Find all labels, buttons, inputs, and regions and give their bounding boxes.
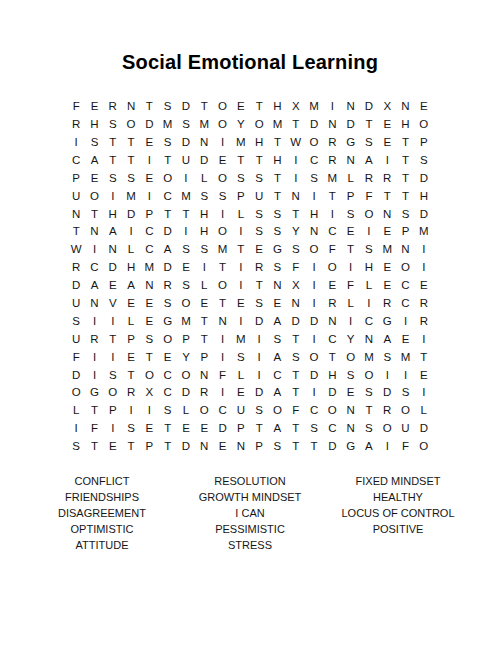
grid-cell-r3c18: E bbox=[378, 134, 396, 152]
grid-cell-r17c9: I bbox=[213, 384, 231, 402]
grid-cell-r7c11: S bbox=[250, 205, 268, 223]
grid-cell-r7c16: S bbox=[341, 205, 359, 223]
grid-cell-r6c5: I bbox=[140, 187, 158, 205]
grid-cell-r15c13: S bbox=[287, 348, 305, 366]
grid-cell-r18c5: I bbox=[140, 402, 158, 420]
grid-cell-r1c7: D bbox=[177, 98, 195, 116]
grid-cell-r19c18: O bbox=[378, 420, 396, 438]
grid-cell-r8c2: N bbox=[85, 223, 103, 241]
word-list-item: I CAN bbox=[176, 505, 324, 521]
grid-cell-r20c13: T bbox=[287, 438, 305, 456]
grid-cell-r1c6: S bbox=[159, 98, 177, 116]
grid-cell-r14c14: I bbox=[305, 331, 323, 349]
grid-cell-r6c10: P bbox=[232, 187, 250, 205]
grid-cell-r2c20: O bbox=[415, 116, 433, 134]
grid-cell-r19c10: P bbox=[232, 420, 250, 438]
grid-cell-r16c16: S bbox=[341, 366, 359, 384]
grid-cell-r6c2: O bbox=[85, 187, 103, 205]
grid-cell-r17c18: D bbox=[378, 384, 396, 402]
grid-cell-r14c3: T bbox=[104, 331, 122, 349]
grid-cell-r8c6: D bbox=[159, 223, 177, 241]
grid-cell-r10c14: I bbox=[305, 259, 323, 277]
grid-cell-r15c17: M bbox=[360, 348, 378, 366]
grid-cell-r13c20: R bbox=[415, 313, 433, 331]
grid-cell-r17c15: D bbox=[323, 384, 341, 402]
grid-cell-r3c11: H bbox=[250, 134, 268, 152]
grid-cell-r15c11: I bbox=[250, 348, 268, 366]
grid-cell-r1c16: N bbox=[341, 98, 359, 116]
grid-cell-r7c2: T bbox=[85, 205, 103, 223]
grid-cell-r7c7: T bbox=[177, 205, 195, 223]
grid-cell-r8c14: N bbox=[305, 223, 323, 241]
grid-cell-r17c20: I bbox=[415, 384, 433, 402]
grid-cell-r15c16: O bbox=[341, 348, 359, 366]
grid-cell-r6c16: P bbox=[341, 187, 359, 205]
grid-cell-r12c15: R bbox=[323, 295, 341, 313]
grid-cell-r1c1: F bbox=[67, 98, 85, 116]
grid-cell-r10c10: I bbox=[232, 259, 250, 277]
grid-cell-r10c2: C bbox=[85, 259, 103, 277]
grid-cell-r5c20: D bbox=[415, 170, 433, 188]
word-list-item: RESOLUTION bbox=[176, 473, 324, 489]
word-list-item: HEALTHY bbox=[324, 489, 472, 505]
grid-cell-r2c10: Y bbox=[232, 116, 250, 134]
grid-cell-r16c12: C bbox=[268, 366, 286, 384]
grid-cell-r5c3: S bbox=[104, 170, 122, 188]
grid-cell-r10c3: D bbox=[104, 259, 122, 277]
grid-cell-r14c20: I bbox=[415, 331, 433, 349]
grid-cell-r9c3: N bbox=[104, 241, 122, 259]
grid-cell-r6c14: I bbox=[305, 187, 323, 205]
word-list-item: DISAGREEMENT bbox=[28, 505, 176, 521]
grid-cell-r12c13: N bbox=[287, 295, 305, 313]
grid-cell-r7c20: D bbox=[415, 205, 433, 223]
grid-cell-r11c20: E bbox=[415, 277, 433, 295]
grid-cell-r16c4: T bbox=[122, 366, 140, 384]
grid-cell-r3c8: N bbox=[195, 134, 213, 152]
grid-cell-r16c18: I bbox=[378, 366, 396, 384]
grid-cell-r8c20: M bbox=[415, 223, 433, 241]
grid-cell-r1c14: M bbox=[305, 98, 323, 116]
grid-cell-r16c11: I bbox=[250, 366, 268, 384]
grid-cell-r11c5: N bbox=[140, 277, 158, 295]
grid-cell-r7c14: H bbox=[305, 205, 323, 223]
grid-cell-r17c12: A bbox=[268, 384, 286, 402]
grid-cell-r2c1: R bbox=[67, 116, 85, 134]
grid-cell-r3c4: T bbox=[122, 134, 140, 152]
grid-cell-r18c14: C bbox=[305, 402, 323, 420]
grid-cell-r18c15: O bbox=[323, 402, 341, 420]
grid-cell-r12c6: S bbox=[159, 295, 177, 313]
grid-cell-r12c2: N bbox=[85, 295, 103, 313]
grid-cell-r9c20: I bbox=[415, 241, 433, 259]
grid-cell-r15c18: S bbox=[378, 348, 396, 366]
grid-cell-r7c10: L bbox=[232, 205, 250, 223]
grid-cell-r4c9: E bbox=[213, 152, 231, 170]
grid-cell-r13c16: I bbox=[341, 313, 359, 331]
grid-cell-r10c6: D bbox=[159, 259, 177, 277]
grid-cell-r19c9: D bbox=[213, 420, 231, 438]
grid-cell-r3c16: G bbox=[341, 134, 359, 152]
grid-cell-r9c15: F bbox=[323, 241, 341, 259]
grid-cell-r18c4: I bbox=[122, 402, 140, 420]
grid-cell-r3c7: D bbox=[177, 134, 195, 152]
grid-cell-r2c3: S bbox=[104, 116, 122, 134]
grid-cell-r13c17: C bbox=[360, 313, 378, 331]
grid-cell-r6c11: U bbox=[250, 187, 268, 205]
grid-cell-r14c11: I bbox=[250, 331, 268, 349]
word-list-item: OPTIMISTIC bbox=[28, 521, 176, 537]
grid-cell-r16c15: H bbox=[323, 366, 341, 384]
grid-cell-r12c3: V bbox=[104, 295, 122, 313]
grid-cell-r2c14: D bbox=[305, 116, 323, 134]
grid-cell-r18c2: T bbox=[85, 402, 103, 420]
grid-cell-r6c18: T bbox=[378, 187, 396, 205]
grid-cell-r10c1: R bbox=[67, 259, 85, 277]
grid-cell-r6c13: N bbox=[287, 187, 305, 205]
grid-cell-r13c19: I bbox=[396, 313, 414, 331]
grid-cell-r5c8: L bbox=[195, 170, 213, 188]
grid-cell-r11c9: O bbox=[213, 277, 231, 295]
grid-cell-r12c16: L bbox=[341, 295, 359, 313]
grid-cell-r7c5: P bbox=[140, 205, 158, 223]
grid-cell-r14c17: N bbox=[360, 331, 378, 349]
grid-cell-r13c2: I bbox=[85, 313, 103, 331]
grid-cell-r5c13: I bbox=[287, 170, 305, 188]
grid-cell-r16c13: T bbox=[287, 366, 305, 384]
grid-cell-r17c19: S bbox=[396, 384, 414, 402]
word-list-column-2: RESOLUTIONGROWTH MINDSETI CANPESSIMISTIC… bbox=[176, 473, 324, 553]
grid-cell-r10c18: E bbox=[378, 259, 396, 277]
grid-cell-r20c15: D bbox=[323, 438, 341, 456]
grid-cell-r5c2: E bbox=[85, 170, 103, 188]
grid-cell-r20c3: E bbox=[104, 438, 122, 456]
grid-cell-r6c17: F bbox=[360, 187, 378, 205]
grid-cell-r10c12: S bbox=[268, 259, 286, 277]
grid-cell-r11c19: C bbox=[396, 277, 414, 295]
grid-cell-r12c1: U bbox=[67, 295, 85, 313]
grid-cell-r9c5: C bbox=[140, 241, 158, 259]
grid-cell-r2c8: M bbox=[195, 116, 213, 134]
grid-cell-r1c20: E bbox=[415, 98, 433, 116]
grid-cell-r6c9: S bbox=[213, 187, 231, 205]
grid-cell-r10c9: T bbox=[213, 259, 231, 277]
grid-cell-r5c18: R bbox=[378, 170, 396, 188]
grid-cell-r15c7: Y bbox=[177, 348, 195, 366]
grid-cell-r17c1: O bbox=[67, 384, 85, 402]
grid-cell-r19c5: E bbox=[140, 420, 158, 438]
grid-cell-r4c8: D bbox=[195, 152, 213, 170]
grid-cell-r20c14: T bbox=[305, 438, 323, 456]
grid-cell-r2c4: O bbox=[122, 116, 140, 134]
grid-cell-r17c2: G bbox=[85, 384, 103, 402]
grid-cell-r1c17: D bbox=[360, 98, 378, 116]
grid-cell-r12c17: I bbox=[360, 295, 378, 313]
grid-cell-r7c8: H bbox=[195, 205, 213, 223]
grid-cell-r2c16: D bbox=[341, 116, 359, 134]
grid-cell-r11c16: F bbox=[341, 277, 359, 295]
grid-cell-r15c14: O bbox=[305, 348, 323, 366]
grid-cell-r10c19: O bbox=[396, 259, 414, 277]
grid-cell-r9c14: O bbox=[305, 241, 323, 259]
grid-cell-r6c4: M bbox=[122, 187, 140, 205]
grid-cell-r1c8: T bbox=[195, 98, 213, 116]
grid-cell-r16c10: L bbox=[232, 366, 250, 384]
grid-cell-r8c8: H bbox=[195, 223, 213, 241]
grid-cell-r13c6: G bbox=[159, 313, 177, 331]
grid-cell-r4c17: A bbox=[360, 152, 378, 170]
grid-cell-r19c8: E bbox=[195, 420, 213, 438]
grid-cell-r3c19: T bbox=[396, 134, 414, 152]
grid-cell-r12c14: I bbox=[305, 295, 323, 313]
grid-cell-r5c7: I bbox=[177, 170, 195, 188]
grid-cell-r19c15: C bbox=[323, 420, 341, 438]
grid-cell-r8c9: O bbox=[213, 223, 231, 241]
grid-cell-r6c12: T bbox=[268, 187, 286, 205]
grid-cell-r14c8: T bbox=[195, 331, 213, 349]
word-list-item: FIXED MINDSET bbox=[324, 473, 472, 489]
grid-cell-r17c11: D bbox=[250, 384, 268, 402]
grid-cell-r3c15: R bbox=[323, 134, 341, 152]
grid-cell-r8c5: C bbox=[140, 223, 158, 241]
grid-cell-r14c10: M bbox=[232, 331, 250, 349]
grid-cell-r14c7: P bbox=[177, 331, 195, 349]
grid-cell-r10c20: I bbox=[415, 259, 433, 277]
word-search-grid: FERNTSDTOETHXMINDXNERHSODMSMOYOMTDNDTEHO… bbox=[67, 98, 433, 456]
grid-cell-r19c14: S bbox=[305, 420, 323, 438]
grid-cell-r2c6: M bbox=[159, 116, 177, 134]
grid-cell-r13c13: D bbox=[287, 313, 305, 331]
grid-cell-r8c12: S bbox=[268, 223, 286, 241]
word-list: CONFLICTFRIENDSHIPSDISAGREEMENTOPTIMISTI… bbox=[28, 473, 472, 553]
grid-cell-r3c14: O bbox=[305, 134, 323, 152]
grid-cell-r6c19: T bbox=[396, 187, 414, 205]
grid-cell-r5c15: M bbox=[323, 170, 341, 188]
grid-cell-r11c17: L bbox=[360, 277, 378, 295]
grid-cell-r16c2: I bbox=[85, 366, 103, 384]
grid-cell-r18c3: P bbox=[104, 402, 122, 420]
grid-cell-r7c13: T bbox=[287, 205, 305, 223]
grid-cell-r20c4: T bbox=[122, 438, 140, 456]
grid-cell-r16c7: O bbox=[177, 366, 195, 384]
grid-cell-r20c9: E bbox=[213, 438, 231, 456]
grid-cell-r1c15: I bbox=[323, 98, 341, 116]
grid-cell-r19c20: D bbox=[415, 420, 433, 438]
grid-cell-r4c10: T bbox=[232, 152, 250, 170]
grid-cell-r8c17: I bbox=[360, 223, 378, 241]
grid-cell-r4c11: T bbox=[250, 152, 268, 170]
word-list-item: CONFLICT bbox=[28, 473, 176, 489]
grid-cell-r13c18: G bbox=[378, 313, 396, 331]
grid-cell-r6c3: I bbox=[104, 187, 122, 205]
grid-cell-r11c13: X bbox=[287, 277, 305, 295]
grid-cell-r8c4: I bbox=[122, 223, 140, 241]
grid-cell-r8c18: E bbox=[378, 223, 396, 241]
grid-cell-r9c9: M bbox=[213, 241, 231, 259]
grid-cell-r11c12: N bbox=[268, 277, 286, 295]
grid-cell-r3c1: I bbox=[67, 134, 85, 152]
grid-cell-r16c1: D bbox=[67, 366, 85, 384]
grid-cell-r5c9: O bbox=[213, 170, 231, 188]
grid-cell-r8c11: S bbox=[250, 223, 268, 241]
grid-cell-r13c12: A bbox=[268, 313, 286, 331]
grid-cell-r12c11: S bbox=[250, 295, 268, 313]
grid-cell-r2c9: O bbox=[213, 116, 231, 134]
grid-cell-r14c18: A bbox=[378, 331, 396, 349]
grid-cell-r20c1: S bbox=[67, 438, 85, 456]
grid-cell-r18c6: S bbox=[159, 402, 177, 420]
grid-cell-r17c8: R bbox=[195, 384, 213, 402]
word-list-column-1: CONFLICTFRIENDSHIPSDISAGREEMENTOPTIMISTI… bbox=[28, 473, 176, 553]
grid-cell-r11c8: L bbox=[195, 277, 213, 295]
grid-cell-r9c18: M bbox=[378, 241, 396, 259]
grid-cell-r13c15: N bbox=[323, 313, 341, 331]
grid-cell-r8c13: Y bbox=[287, 223, 305, 241]
grid-cell-r2c12: M bbox=[268, 116, 286, 134]
grid-cell-r4c5: I bbox=[140, 152, 158, 170]
grid-cell-r20c10: N bbox=[232, 438, 250, 456]
grid-cell-r5c10: S bbox=[232, 170, 250, 188]
grid-cell-r2c5: D bbox=[140, 116, 158, 134]
grid-cell-r19c17: S bbox=[360, 420, 378, 438]
grid-cell-r5c12: T bbox=[268, 170, 286, 188]
grid-cell-r4c20: S bbox=[415, 152, 433, 170]
grid-cell-r18c10: U bbox=[232, 402, 250, 420]
grid-cell-r3c3: T bbox=[104, 134, 122, 152]
grid-cell-r16c8: N bbox=[195, 366, 213, 384]
grid-cell-r20c19: F bbox=[396, 438, 414, 456]
grid-cell-r19c16: N bbox=[341, 420, 359, 438]
grid-cell-r13c3: I bbox=[104, 313, 122, 331]
grid-cell-r4c7: U bbox=[177, 152, 195, 170]
grid-cell-r11c14: I bbox=[305, 277, 323, 295]
grid-cell-r13c7: M bbox=[177, 313, 195, 331]
grid-cell-r19c3: I bbox=[104, 420, 122, 438]
grid-cell-r4c14: C bbox=[305, 152, 323, 170]
grid-cell-r2c15: N bbox=[323, 116, 341, 134]
grid-cell-r7c17: O bbox=[360, 205, 378, 223]
grid-cell-r7c18: N bbox=[378, 205, 396, 223]
grid-cell-r15c1: F bbox=[67, 348, 85, 366]
grid-cell-r1c3: R bbox=[104, 98, 122, 116]
grid-cell-r20c2: T bbox=[85, 438, 103, 456]
grid-cell-r6c8: S bbox=[195, 187, 213, 205]
grid-cell-r12c5: E bbox=[140, 295, 158, 313]
grid-cell-r20c12: S bbox=[268, 438, 286, 456]
grid-cell-r20c5: P bbox=[140, 438, 158, 456]
grid-cell-r18c18: R bbox=[378, 402, 396, 420]
grid-cell-r5c17: R bbox=[360, 170, 378, 188]
grid-cell-r19c19: U bbox=[396, 420, 414, 438]
grid-cell-r19c6: T bbox=[159, 420, 177, 438]
grid-cell-r17c4: R bbox=[122, 384, 140, 402]
grid-cell-r16c5: O bbox=[140, 366, 158, 384]
grid-cell-r3c13: W bbox=[287, 134, 305, 152]
grid-cell-r4c18: I bbox=[378, 152, 396, 170]
grid-cell-r17c10: E bbox=[232, 384, 250, 402]
grid-cell-r17c5: X bbox=[140, 384, 158, 402]
grid-cell-r10c11: R bbox=[250, 259, 268, 277]
grid-cell-r14c5: S bbox=[140, 331, 158, 349]
grid-cell-r11c6: R bbox=[159, 277, 177, 295]
grid-cell-r4c4: T bbox=[122, 152, 140, 170]
grid-cell-r1c19: N bbox=[396, 98, 414, 116]
grid-cell-r6c1: U bbox=[67, 187, 85, 205]
grid-cell-r18c16: N bbox=[341, 402, 359, 420]
grid-cell-r4c6: T bbox=[159, 152, 177, 170]
grid-cell-r2c18: E bbox=[378, 116, 396, 134]
grid-cell-r3c9: I bbox=[213, 134, 231, 152]
word-search-page: Social Emotional Learning FERNTSDTOETHXM… bbox=[0, 0, 500, 647]
grid-cell-r15c12: A bbox=[268, 348, 286, 366]
grid-cell-r9c7: S bbox=[177, 241, 195, 259]
grid-cell-r18c8: O bbox=[195, 402, 213, 420]
grid-cell-r10c5: M bbox=[140, 259, 158, 277]
word-list-item: FRIENDSHIPS bbox=[28, 489, 176, 505]
grid-cell-r5c19: T bbox=[396, 170, 414, 188]
grid-cell-r19c12: A bbox=[268, 420, 286, 438]
grid-cell-r8c19: P bbox=[396, 223, 414, 241]
grid-cell-r13c14: D bbox=[305, 313, 323, 331]
grid-cell-r4c16: N bbox=[341, 152, 359, 170]
grid-cell-r10c15: O bbox=[323, 259, 341, 277]
grid-cell-r4c12: H bbox=[268, 152, 286, 170]
grid-cell-r1c5: T bbox=[140, 98, 158, 116]
grid-cell-r15c6: E bbox=[159, 348, 177, 366]
grid-cell-r13c1: S bbox=[67, 313, 85, 331]
grid-cell-r10c7: E bbox=[177, 259, 195, 277]
grid-cell-r16c20: E bbox=[415, 366, 433, 384]
grid-cell-r14c16: Y bbox=[341, 331, 359, 349]
grid-cell-r8c7: I bbox=[177, 223, 195, 241]
grid-cell-r7c3: H bbox=[104, 205, 122, 223]
grid-cell-r1c11: T bbox=[250, 98, 268, 116]
grid-cell-r17c7: D bbox=[177, 384, 195, 402]
grid-cell-r9c16: T bbox=[341, 241, 359, 259]
grid-cell-r17c14: I bbox=[305, 384, 323, 402]
grid-cell-r17c16: E bbox=[341, 384, 359, 402]
grid-cell-r9c10: T bbox=[232, 241, 250, 259]
grid-cell-r15c9: I bbox=[213, 348, 231, 366]
grid-cell-r11c7: S bbox=[177, 277, 195, 295]
grid-cell-r8c15: C bbox=[323, 223, 341, 241]
grid-cell-r3c2: S bbox=[85, 134, 103, 152]
grid-cell-r11c1: D bbox=[67, 277, 85, 295]
grid-cell-r11c11: T bbox=[250, 277, 268, 295]
grid-cell-r4c3: T bbox=[104, 152, 122, 170]
grid-cell-r3c12: T bbox=[268, 134, 286, 152]
grid-cell-r1c4: N bbox=[122, 98, 140, 116]
grid-cell-r6c6: C bbox=[159, 187, 177, 205]
grid-cell-r18c17: T bbox=[360, 402, 378, 420]
grid-cell-r14c1: U bbox=[67, 331, 85, 349]
grid-cell-r9c13: S bbox=[287, 241, 305, 259]
grid-cell-r7c1: N bbox=[67, 205, 85, 223]
grid-cell-r20c17: A bbox=[360, 438, 378, 456]
grid-cell-r5c5: E bbox=[140, 170, 158, 188]
grid-cell-r12c20: R bbox=[415, 295, 433, 313]
grid-cell-r4c1: C bbox=[67, 152, 85, 170]
grid-cell-r14c2: R bbox=[85, 331, 103, 349]
grid-cell-r6c7: M bbox=[177, 187, 195, 205]
grid-cell-r4c2: A bbox=[85, 152, 103, 170]
grid-cell-r9c17: S bbox=[360, 241, 378, 259]
grid-cell-r5c16: L bbox=[341, 170, 359, 188]
grid-cell-r7c4: D bbox=[122, 205, 140, 223]
grid-cell-r19c7: E bbox=[177, 420, 195, 438]
grid-cell-r11c10: I bbox=[232, 277, 250, 295]
grid-cell-r8c16: E bbox=[341, 223, 359, 241]
